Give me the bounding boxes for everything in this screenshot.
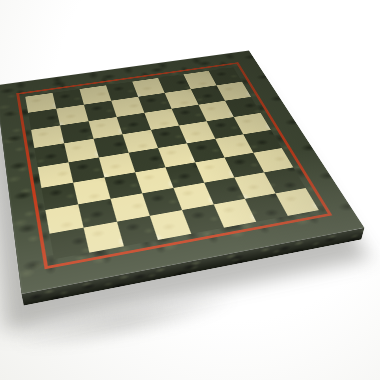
squares-grid [25,67,319,259]
square-g2 [234,172,275,198]
square-e1 [182,204,224,233]
chessboard [0,51,365,294]
square-h1 [276,188,319,216]
square-a3 [41,183,78,210]
square-b2 [78,199,117,228]
square-h3 [253,148,293,172]
square-f2 [204,178,245,205]
square-e2 [174,183,214,210]
square-c1 [117,216,158,246]
square-a1 [50,228,90,260]
square-b1 [84,222,124,253]
square-f3 [195,158,234,183]
square-c2 [111,193,150,221]
square-d4 [129,148,166,172]
square-a5 [34,143,68,167]
square-g3 [225,153,265,178]
square-d1 [150,210,191,240]
square-d3 [135,167,173,193]
photo-background [0,0,380,380]
square-h2 [264,167,306,193]
square-f1 [214,199,256,228]
square-e3 [165,162,204,188]
square-a4 [38,162,73,188]
square-a2 [45,204,83,233]
square-c3 [104,172,142,198]
square-d2 [142,188,182,216]
square-c4 [99,153,135,178]
board-perspective-wrapper [0,0,380,380]
square-g1 [245,193,288,221]
square-b3 [73,177,110,204]
square-b4 [69,157,105,182]
